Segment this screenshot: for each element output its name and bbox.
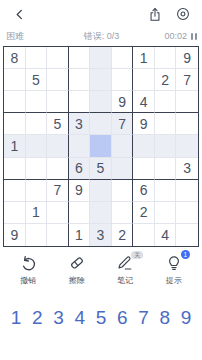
sudoku-cell[interactable] [47, 69, 69, 91]
sudoku-cell[interactable]: 2 [155, 69, 177, 91]
sudoku-cell[interactable]: 6 [69, 158, 91, 180]
mistakes-counter: 错误: 0/3 [62, 30, 141, 43]
sudoku-cell[interactable] [90, 91, 112, 113]
sudoku-cell[interactable] [112, 69, 134, 91]
undo-icon [19, 254, 37, 272]
sudoku-cell[interactable]: 1 [26, 202, 48, 224]
sudoku-cell[interactable] [176, 91, 198, 113]
chevron-left-icon [14, 9, 25, 20]
sudoku-cell[interactable]: 3 [176, 158, 198, 180]
sudoku-cell[interactable] [176, 113, 198, 135]
sudoku-cell[interactable]: 9 [4, 224, 26, 246]
sudoku-cell[interactable]: 5 [26, 69, 48, 91]
sudoku-cell[interactable] [26, 113, 48, 135]
sudoku-cell[interactable] [47, 47, 69, 69]
share-icon [148, 7, 162, 22]
pause-icon [191, 33, 193, 40]
numpad-1[interactable]: 1 [6, 307, 26, 329]
numpad-9[interactable]: 9 [176, 307, 196, 329]
sudoku-cell[interactable] [47, 91, 69, 113]
sudoku-cell[interactable] [90, 135, 112, 157]
sudoku-cell[interactable]: 1 [69, 224, 91, 246]
undo-label: 撤销 [20, 275, 36, 286]
sudoku-cell[interactable] [155, 202, 177, 224]
notes-button[interactable]: 关 笔记 [105, 254, 145, 286]
sudoku-cell[interactable] [90, 202, 112, 224]
numpad-6[interactable]: 6 [112, 307, 132, 329]
sudoku-board: 81952794537916537961291324 [3, 46, 199, 247]
sudoku-cell[interactable] [133, 158, 155, 180]
numpad-3[interactable]: 3 [49, 307, 69, 329]
sudoku-cell[interactable]: 9 [69, 180, 91, 202]
sudoku-cell[interactable] [4, 180, 26, 202]
game-toolbar: 撤销 擦除 关 笔记 1 [0, 254, 202, 286]
sudoku-cell[interactable] [176, 202, 198, 224]
bulb-icon [165, 254, 183, 272]
sudoku-cell[interactable]: 9 [112, 91, 134, 113]
sudoku-cell[interactable] [176, 135, 198, 157]
sudoku-cell[interactable] [4, 91, 26, 113]
sudoku-cell[interactable]: 9 [176, 47, 198, 69]
eraser-icon [68, 254, 86, 272]
sudoku-cell[interactable] [133, 135, 155, 157]
sudoku-cell[interactable] [90, 47, 112, 69]
settings-button[interactable] [174, 5, 192, 23]
back-button[interactable] [10, 5, 28, 23]
sudoku-cell[interactable] [133, 224, 155, 246]
sudoku-cell[interactable] [26, 158, 48, 180]
sudoku-cell[interactable] [69, 47, 91, 69]
numpad-7[interactable]: 7 [134, 307, 154, 329]
timer: 00:02 [164, 31, 187, 41]
sudoku-cell[interactable]: 9 [133, 113, 155, 135]
sudoku-cell[interactable]: 7 [47, 180, 69, 202]
sudoku-cell[interactable] [155, 180, 177, 202]
sudoku-cell[interactable] [4, 158, 26, 180]
sudoku-cell[interactable] [47, 135, 69, 157]
sudoku-cell[interactable]: 2 [133, 202, 155, 224]
sudoku-cell[interactable] [26, 180, 48, 202]
pause-button[interactable] [191, 33, 197, 40]
sudoku-cell[interactable] [26, 47, 48, 69]
sudoku-cell[interactable] [69, 91, 91, 113]
sudoku-cell[interactable]: 1 [133, 47, 155, 69]
status-row: 困难 错误: 0/3 00:02 [0, 28, 202, 44]
sudoku-cell[interactable] [90, 113, 112, 135]
sudoku-cell[interactable]: 7 [176, 69, 198, 91]
sudoku-cell[interactable]: 1 [4, 135, 26, 157]
sudoku-cell[interactable] [90, 180, 112, 202]
sudoku-cell[interactable] [69, 135, 91, 157]
sudoku-cell[interactable] [112, 158, 134, 180]
sudoku-cell[interactable] [155, 158, 177, 180]
sudoku-cell[interactable]: 5 [47, 113, 69, 135]
hint-label: 提示 [166, 275, 182, 286]
numpad-8[interactable]: 8 [155, 307, 175, 329]
sudoku-cell[interactable] [155, 135, 177, 157]
sudoku-cell[interactable] [26, 135, 48, 157]
sudoku-cell[interactable] [133, 69, 155, 91]
sudoku-cell[interactable] [176, 180, 198, 202]
sudoku-cell[interactable]: 4 [155, 224, 177, 246]
sudoku-cell[interactable]: 3 [69, 113, 91, 135]
numpad-5[interactable]: 5 [91, 307, 111, 329]
sudoku-cell[interactable] [47, 158, 69, 180]
sudoku-cell[interactable]: 7 [112, 113, 134, 135]
sudoku-cell[interactable] [112, 47, 134, 69]
sudoku-cell[interactable] [4, 113, 26, 135]
erase-button[interactable]: 擦除 [57, 254, 97, 286]
numpad-4[interactable]: 4 [70, 307, 90, 329]
sudoku-cell[interactable] [69, 202, 91, 224]
numpad-2[interactable]: 2 [27, 307, 47, 329]
notes-label: 笔记 [117, 275, 133, 286]
sudoku-cell[interactable] [112, 135, 134, 157]
sudoku-cell[interactable]: 6 [133, 180, 155, 202]
sudoku-cell[interactable]: 5 [90, 158, 112, 180]
settings-icon [176, 7, 190, 21]
sudoku-cell[interactable] [4, 202, 26, 224]
sudoku-cell[interactable] [4, 69, 26, 91]
sudoku-cell[interactable] [26, 224, 48, 246]
sudoku-cell[interactable] [47, 202, 69, 224]
sudoku-cell[interactable] [176, 224, 198, 246]
sudoku-cell[interactable]: 4 [133, 91, 155, 113]
sudoku-cell[interactable] [112, 180, 134, 202]
undo-button[interactable]: 撤销 [8, 254, 48, 286]
hint-count-badge: 1 [181, 250, 190, 259]
sudoku-cell[interactable]: 8 [4, 47, 26, 69]
sudoku-cell[interactable] [155, 47, 177, 69]
sudoku-cell[interactable] [90, 69, 112, 91]
number-pad: 123456789 [0, 307, 202, 329]
sudoku-cell[interactable] [155, 91, 177, 113]
notes-mode-badge: 关 [131, 251, 143, 259]
share-button[interactable] [146, 5, 164, 23]
top-bar [0, 0, 202, 28]
hint-button[interactable]: 1 提示 [154, 254, 194, 286]
sudoku-cell[interactable] [26, 91, 48, 113]
erase-label: 擦除 [69, 275, 85, 286]
sudoku-cell[interactable]: 2 [112, 224, 134, 246]
sudoku-cell[interactable] [155, 113, 177, 135]
difficulty-label: 困难 [6, 30, 62, 43]
sudoku-cell[interactable] [47, 224, 69, 246]
sudoku-cell[interactable]: 3 [90, 224, 112, 246]
sudoku-cell[interactable] [69, 69, 91, 91]
sudoku-cell[interactable] [112, 202, 134, 224]
